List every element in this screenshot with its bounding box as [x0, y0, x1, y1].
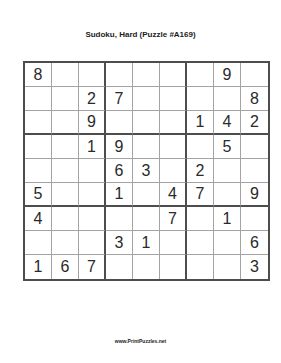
cell-r4c3: 1 [79, 135, 106, 159]
cell-r2c4: 7 [106, 87, 133, 111]
cell-r1c3[interactable] [79, 63, 106, 87]
cell-r7c7[interactable] [187, 207, 214, 231]
cell-r9c2: 6 [52, 255, 79, 279]
cell-r4c5[interactable] [133, 135, 160, 159]
cell-r4c8: 5 [214, 135, 241, 159]
cell-r5c9[interactable] [241, 159, 268, 183]
cell-r5c7: 2 [187, 159, 214, 183]
cell-r3c5[interactable] [133, 111, 160, 135]
cell-r4c9[interactable] [241, 135, 268, 159]
cell-r1c1: 8 [25, 63, 52, 87]
puzzle-title: Sudoku, Hard (Puzzle #A169) [0, 30, 281, 39]
cell-r1c4[interactable] [106, 63, 133, 87]
cell-r9c9: 3 [241, 255, 268, 279]
cell-r9c1: 1 [25, 255, 52, 279]
cell-r7c1: 4 [25, 207, 52, 231]
cell-r7c5[interactable] [133, 207, 160, 231]
cell-r8c5: 1 [133, 231, 160, 255]
cell-r4c4: 9 [106, 135, 133, 159]
cell-r6c7: 7 [187, 183, 214, 207]
cell-r3c1[interactable] [25, 111, 52, 135]
cell-r8c1[interactable] [25, 231, 52, 255]
cell-r5c4: 6 [106, 159, 133, 183]
cell-r3c9: 2 [241, 111, 268, 135]
cell-r7c3[interactable] [79, 207, 106, 231]
cell-r5c1[interactable] [25, 159, 52, 183]
cell-r8c8[interactable] [214, 231, 241, 255]
cell-r6c8[interactable] [214, 183, 241, 207]
cell-r5c5: 3 [133, 159, 160, 183]
cell-r1c7[interactable] [187, 63, 214, 87]
cell-r2c3: 2 [79, 87, 106, 111]
cell-r3c6[interactable] [160, 111, 187, 135]
cell-r7c2[interactable] [52, 207, 79, 231]
cell-r6c6: 4 [160, 183, 187, 207]
cell-r8c4: 3 [106, 231, 133, 255]
cell-r1c8: 9 [214, 63, 241, 87]
cell-r6c4: 1 [106, 183, 133, 207]
cell-r9c4[interactable] [106, 255, 133, 279]
cell-r9c5[interactable] [133, 255, 160, 279]
cell-r6c3[interactable] [79, 183, 106, 207]
cell-r1c9[interactable] [241, 63, 268, 87]
puzzle-page: Sudoku, Hard (Puzzle #A169) 892789142195… [0, 0, 281, 363]
cell-r6c1: 5 [25, 183, 52, 207]
cell-r3c8: 4 [214, 111, 241, 135]
cell-r2c5[interactable] [133, 87, 160, 111]
cell-r2c6[interactable] [160, 87, 187, 111]
cell-r3c2[interactable] [52, 111, 79, 135]
cell-r7c8: 1 [214, 207, 241, 231]
cell-r5c2[interactable] [52, 159, 79, 183]
cell-r5c3[interactable] [79, 159, 106, 183]
cell-r9c6[interactable] [160, 255, 187, 279]
cell-r4c6[interactable] [160, 135, 187, 159]
cell-r2c8[interactable] [214, 87, 241, 111]
cell-r2c1[interactable] [25, 87, 52, 111]
cell-r4c2[interactable] [52, 135, 79, 159]
footer-url: www.PrintPuzzles.net [0, 338, 281, 344]
cell-r1c5[interactable] [133, 63, 160, 87]
cell-r8c7[interactable] [187, 231, 214, 255]
cell-r8c6[interactable] [160, 231, 187, 255]
cell-r2c7[interactable] [187, 87, 214, 111]
cell-r7c6: 7 [160, 207, 187, 231]
cell-r9c8[interactable] [214, 255, 241, 279]
cell-r4c1[interactable] [25, 135, 52, 159]
cell-r2c9: 8 [241, 87, 268, 111]
cell-r6c2[interactable] [52, 183, 79, 207]
cell-r7c4[interactable] [106, 207, 133, 231]
cell-r6c9: 9 [241, 183, 268, 207]
cell-r8c9: 6 [241, 231, 268, 255]
cell-r3c3: 9 [79, 111, 106, 135]
cell-r1c2[interactable] [52, 63, 79, 87]
cell-r2c2[interactable] [52, 87, 79, 111]
sudoku-board: 892789142195632514794713161673 [23, 61, 270, 281]
cell-r8c3[interactable] [79, 231, 106, 255]
cell-r6c5[interactable] [133, 183, 160, 207]
cell-r3c4[interactable] [106, 111, 133, 135]
cell-r4c7[interactable] [187, 135, 214, 159]
cell-r1c6[interactable] [160, 63, 187, 87]
cell-r9c3: 7 [79, 255, 106, 279]
cell-r5c6[interactable] [160, 159, 187, 183]
cell-r9c7[interactable] [187, 255, 214, 279]
cell-r3c7: 1 [187, 111, 214, 135]
cell-r7c9[interactable] [241, 207, 268, 231]
cell-r5c8[interactable] [214, 159, 241, 183]
cell-r8c2[interactable] [52, 231, 79, 255]
